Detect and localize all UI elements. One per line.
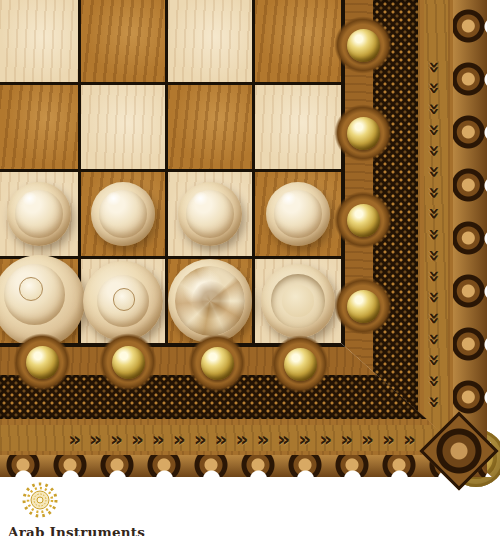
- square-f3: [81, 85, 165, 169]
- mandala-logo-icon: [21, 481, 59, 519]
- square-h1: [255, 259, 341, 343]
- white-rook-h1: [261, 264, 335, 338]
- square-g1: [168, 259, 252, 343]
- white-pawn-h2: [266, 182, 330, 246]
- carved-edge-notches: [0, 465, 492, 477]
- square-g2: [168, 172, 252, 256]
- brass-stud: [347, 204, 380, 237]
- brass-stud: [201, 347, 234, 380]
- square-f4: [81, 0, 165, 82]
- square-e1: [0, 259, 78, 343]
- square-g3: [168, 85, 252, 169]
- brass-stud: [347, 290, 380, 323]
- white-bishop-f1: [83, 261, 163, 341]
- white-pawn-g2: [178, 182, 242, 246]
- white-pawn-f2: [91, 182, 155, 246]
- product-photo-chessboard-corner: »»»»»»»»»»»»»»»»» »»»»»»»»»»»»»»»»»: [0, 0, 500, 536]
- chevron-carving: »»»»»»»»»»»»»»»»»: [424, 0, 448, 477]
- brass-stud: [347, 29, 380, 62]
- square-f2: [81, 172, 165, 256]
- square-e2: [0, 172, 78, 256]
- brand-logo: Arab Instruments: [8, 481, 168, 536]
- brass-stud: [112, 346, 145, 379]
- white-pawn-e2: [7, 182, 71, 246]
- brass-stud: [347, 117, 380, 150]
- square-g4: [168, 0, 252, 82]
- chevron-carving: »»»»»»»»»»»»»»»»»: [0, 426, 492, 452]
- square-h2: [255, 172, 341, 256]
- square-h3: [255, 85, 341, 169]
- carved-edge-notches: [479, 0, 491, 477]
- board-squares: [0, 0, 341, 343]
- brand-name: Arab Instruments: [8, 524, 168, 536]
- brass-stud: [26, 346, 59, 379]
- square-e4: [0, 0, 78, 82]
- square-h4: [255, 0, 341, 82]
- square-f1: [81, 259, 165, 343]
- square-e3: [0, 85, 78, 169]
- white-knight-g1: [168, 259, 252, 343]
- brass-stud: [284, 348, 317, 381]
